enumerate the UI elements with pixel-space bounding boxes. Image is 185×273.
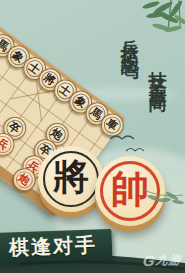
banner-text: 棋逢对手 (9, 231, 98, 261)
flying-birds-icon (106, 130, 158, 158)
xiangqi-promo-image: 車馬象士將士象馬車炮炮卒卒卒卒卒兵兵兵兵兵炮炮 將 帥 棋逢对手 兵挺炮鸣 技艺… (0, 0, 185, 273)
logo-text: 九游 (155, 252, 183, 269)
calligraphy-column-right: 技艺盖世间 (147, 56, 168, 86)
featured-black-general-piece: 將 (38, 146, 104, 212)
bamboo-leaves-top-right (113, 0, 185, 50)
black-general-character: 將 (53, 153, 89, 202)
bamboo-sprig-right (138, 183, 185, 219)
jiuyou-watermark-logo: G 九游 (142, 252, 183, 269)
title-banner: 棋逢对手 (0, 229, 112, 263)
